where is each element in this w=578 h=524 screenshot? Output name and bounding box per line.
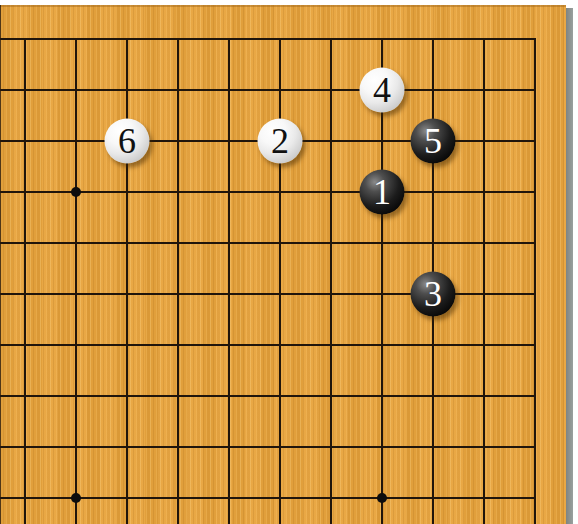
star-point-K10 [71, 493, 81, 503]
grid-vline [24, 38, 26, 524]
move-number-label: 1 [373, 173, 391, 209]
grid-vline [330, 38, 332, 524]
move-number-label: 6 [118, 122, 136, 158]
grid-hline [0, 242, 536, 244]
move-number-label: 4 [373, 71, 391, 107]
go-diagram-screenshot: 123456 [0, 0, 578, 524]
move-number-label: 3 [424, 275, 442, 311]
grid-hline [0, 446, 536, 448]
grid-vline [228, 38, 230, 524]
move-number-label: 5 [424, 122, 442, 158]
grid-vline [534, 38, 536, 524]
grid-vline [75, 38, 77, 524]
move-number-label: 2 [271, 122, 289, 158]
stone-black-5-R17[interactable]: 5 [411, 119, 456, 164]
star-point-Q10 [377, 493, 387, 503]
stone-black-3-R14[interactable]: 3 [411, 272, 456, 317]
grid-vline [177, 38, 179, 524]
stone-white-4-Q18[interactable]: 4 [360, 68, 405, 113]
grid-hline [0, 89, 536, 91]
star-point-K16 [71, 187, 81, 197]
stone-white-6-L17[interactable]: 6 [105, 119, 150, 164]
grid-hline [0, 395, 536, 397]
grid-vline [483, 38, 485, 524]
board-right-shadow [566, 8, 573, 524]
grid-hline [0, 38, 536, 40]
stone-white-2-O17[interactable]: 2 [258, 119, 303, 164]
stone-black-1-Q16[interactable]: 1 [360, 170, 405, 215]
grid-hline [0, 344, 536, 346]
go-board[interactable]: 123456 [0, 5, 566, 524]
grid-hline [0, 293, 536, 295]
grid-vline [126, 38, 128, 524]
grid-vline [279, 38, 281, 524]
